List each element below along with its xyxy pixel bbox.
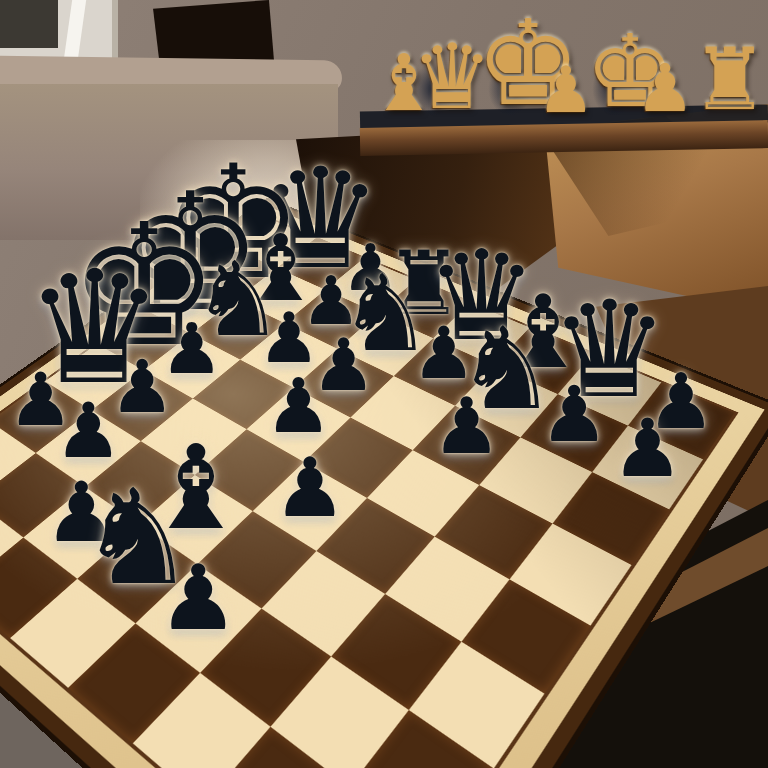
chessboard <box>0 200 768 768</box>
board-perspective-scene <box>0 0 768 768</box>
board-grid <box>0 219 734 768</box>
room-scene: ♝♛♚♟♚♟♜ ♛♟♜♛♝♛♟♚♝♟♞♟♞♟♟♚♞♟♟♟♚♟♟♛♟♟♟♟♝♟♞♟ <box>0 0 768 768</box>
